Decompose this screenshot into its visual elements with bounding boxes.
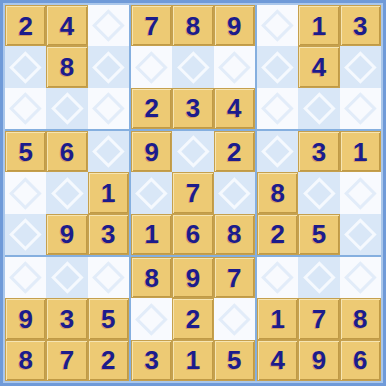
diamond-icon <box>136 303 168 335</box>
cell-r3c6: 4 <box>214 88 255 129</box>
diamond-icon <box>303 262 335 294</box>
diamond-icon <box>262 51 294 83</box>
cell-r6c6: 8 <box>214 214 255 255</box>
diamond-icon <box>344 51 376 83</box>
diamond-icon <box>218 303 250 335</box>
cell-r9c4: 3 <box>131 340 172 381</box>
cell-r8c4[interactable] <box>131 298 172 339</box>
cell-r8c5: 2 <box>172 298 213 339</box>
cell-r1c5: 8 <box>172 5 213 46</box>
cell-r7c5: 9 <box>172 257 213 298</box>
diamond-icon <box>262 10 294 42</box>
diamond-icon <box>51 262 83 294</box>
diamond-icon <box>136 51 168 83</box>
cell-r8c7: 1 <box>257 298 298 339</box>
cell-r4c7[interactable] <box>257 131 298 172</box>
box-6: 31825 <box>257 131 381 255</box>
cell-r5c4[interactable] <box>131 172 172 213</box>
cell-r1c9: 3 <box>340 5 381 46</box>
diamond-icon <box>92 51 124 83</box>
cell-r9c2: 7 <box>46 340 87 381</box>
cell-r7c3[interactable] <box>88 257 129 298</box>
cell-r7c7[interactable] <box>257 257 298 298</box>
cell-r5c8[interactable] <box>298 172 339 213</box>
diamond-icon <box>262 262 294 294</box>
sudoku-inner-border: 2487892341345619392716831825935872897231… <box>3 3 383 383</box>
cell-r4c6: 2 <box>214 131 255 172</box>
cell-r4c3[interactable] <box>88 131 129 172</box>
cell-r2c3[interactable] <box>88 46 129 87</box>
cell-r3c9[interactable] <box>340 88 381 129</box>
cell-r2c6[interactable] <box>214 46 255 87</box>
cell-r9c5: 1 <box>172 340 213 381</box>
diamond-icon <box>344 218 376 250</box>
diamond-icon <box>177 136 209 168</box>
cell-r5c1[interactable] <box>5 172 46 213</box>
cell-r6c1[interactable] <box>5 214 46 255</box>
cell-r1c2: 4 <box>46 5 87 46</box>
box-9: 178496 <box>257 257 381 381</box>
cell-r5c2[interactable] <box>46 172 87 213</box>
diamond-icon <box>177 51 209 83</box>
sudoku-frame: 2487892341345619392716831825935872897231… <box>0 0 386 386</box>
diamond-icon <box>344 262 376 294</box>
cell-r8c9: 8 <box>340 298 381 339</box>
cell-r2c7[interactable] <box>257 46 298 87</box>
cell-r8c3: 5 <box>88 298 129 339</box>
cell-r4c5[interactable] <box>172 131 213 172</box>
cell-r8c6[interactable] <box>214 298 255 339</box>
cell-r3c3[interactable] <box>88 88 129 129</box>
diamond-icon <box>136 177 168 209</box>
cell-r2c4[interactable] <box>131 46 172 87</box>
cell-r7c9[interactable] <box>340 257 381 298</box>
cell-r1c1: 2 <box>5 5 46 46</box>
box-3: 134 <box>257 5 381 129</box>
cell-r3c1[interactable] <box>5 88 46 129</box>
cell-r5c3: 1 <box>88 172 129 213</box>
diamond-icon <box>218 177 250 209</box>
box-5: 927168 <box>131 131 255 255</box>
diamond-icon <box>303 92 335 124</box>
cell-r9c3: 2 <box>88 340 129 381</box>
cell-r7c2[interactable] <box>46 257 87 298</box>
cell-r9c6: 5 <box>214 340 255 381</box>
cell-r3c8[interactable] <box>298 88 339 129</box>
cell-r9c8: 9 <box>298 340 339 381</box>
diamond-icon <box>344 92 376 124</box>
diamond-icon <box>218 51 250 83</box>
cell-r9c7: 4 <box>257 340 298 381</box>
diamond-icon <box>10 92 42 124</box>
cell-r7c6: 7 <box>214 257 255 298</box>
cell-r3c7[interactable] <box>257 88 298 129</box>
cell-r4c2: 6 <box>46 131 87 172</box>
diamond-icon <box>51 177 83 209</box>
box-2: 789234 <box>131 5 255 129</box>
diamond-icon <box>10 177 42 209</box>
box-4: 56193 <box>5 131 129 255</box>
cell-r6c9[interactable] <box>340 214 381 255</box>
cell-r6c7: 2 <box>257 214 298 255</box>
cell-r3c2[interactable] <box>46 88 87 129</box>
cell-r5c5: 7 <box>172 172 213 213</box>
cell-r4c1: 5 <box>5 131 46 172</box>
diamond-icon <box>10 218 42 250</box>
cell-r9c1: 8 <box>5 340 46 381</box>
cell-r4c4: 9 <box>131 131 172 172</box>
diamond-icon <box>344 177 376 209</box>
cell-r2c5[interactable] <box>172 46 213 87</box>
diamond-icon <box>10 51 42 83</box>
cell-r1c7[interactable] <box>257 5 298 46</box>
cell-r4c9: 1 <box>340 131 381 172</box>
diamond-icon <box>262 136 294 168</box>
diamond-icon <box>92 92 124 124</box>
cell-r6c3: 3 <box>88 214 129 255</box>
cell-r5c7: 8 <box>257 172 298 213</box>
cell-r1c6: 9 <box>214 5 255 46</box>
cell-r9c9: 6 <box>340 340 381 381</box>
diamond-icon <box>92 136 124 168</box>
box-1: 248 <box>5 5 129 129</box>
cell-r3c4: 2 <box>131 88 172 129</box>
cell-r1c8: 1 <box>298 5 339 46</box>
cell-r2c2: 8 <box>46 46 87 87</box>
box-7: 935872 <box>5 257 129 381</box>
cell-r1c4: 7 <box>131 5 172 46</box>
cell-r6c8: 5 <box>298 214 339 255</box>
cell-r1c3[interactable] <box>88 5 129 46</box>
diamond-icon <box>92 262 124 294</box>
cell-r5c9[interactable] <box>340 172 381 213</box>
cell-r8c2: 3 <box>46 298 87 339</box>
box-8: 8972315 <box>131 257 255 381</box>
cell-r6c2: 9 <box>46 214 87 255</box>
cell-r2c1[interactable] <box>5 46 46 87</box>
diamond-icon <box>303 177 335 209</box>
diamond-icon <box>51 92 83 124</box>
cell-r7c8[interactable] <box>298 257 339 298</box>
cell-r6c5: 6 <box>172 214 213 255</box>
cell-r3c5: 3 <box>172 88 213 129</box>
cell-r2c9[interactable] <box>340 46 381 87</box>
cell-r4c8: 3 <box>298 131 339 172</box>
cell-r2c8: 4 <box>298 46 339 87</box>
cell-r5c6[interactable] <box>214 172 255 213</box>
sudoku-board: 2487892341345619392716831825935872897231… <box>5 5 381 381</box>
cell-r6c4: 1 <box>131 214 172 255</box>
diamond-icon <box>262 92 294 124</box>
cell-r8c1: 9 <box>5 298 46 339</box>
diamond-icon <box>10 262 42 294</box>
cell-r7c4: 8 <box>131 257 172 298</box>
cell-r7c1[interactable] <box>5 257 46 298</box>
cell-r8c8: 7 <box>298 298 339 339</box>
diamond-icon <box>92 10 124 42</box>
